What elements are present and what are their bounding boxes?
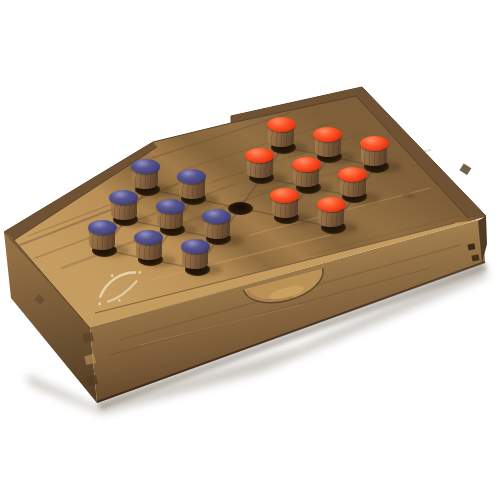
blue-peg[interactable] xyxy=(109,190,138,220)
blue-peg[interactable] xyxy=(88,220,117,250)
board xyxy=(0,0,500,500)
peg-cap xyxy=(313,127,342,142)
peg-cap xyxy=(360,136,389,151)
peg-cap xyxy=(245,148,274,163)
orange-peg[interactable] xyxy=(338,167,367,197)
peg-cap xyxy=(88,220,117,235)
peg-cap xyxy=(270,188,299,203)
peg-cap xyxy=(202,209,231,224)
blue-peg[interactable] xyxy=(131,159,160,189)
peg-cap xyxy=(292,157,321,172)
orange-peg[interactable] xyxy=(360,136,389,166)
peg-cap xyxy=(177,169,206,184)
peg-cap xyxy=(338,167,367,182)
peg-cap xyxy=(156,199,185,214)
peg-cap xyxy=(131,159,160,174)
empty-hole[interactable] xyxy=(228,202,253,215)
peg-cap xyxy=(317,197,346,212)
orange-peg[interactable] xyxy=(292,157,321,187)
peg-cap xyxy=(181,239,210,254)
peg-cap xyxy=(134,230,163,245)
blue-peg[interactable] xyxy=(134,230,163,260)
peg-cap xyxy=(267,117,296,132)
blue-peg[interactable] xyxy=(156,199,185,229)
orange-peg[interactable] xyxy=(270,188,299,218)
orange-peg[interactable] xyxy=(317,197,346,227)
blue-peg[interactable] xyxy=(181,239,210,269)
blue-peg[interactable] xyxy=(177,169,206,199)
orange-peg[interactable] xyxy=(267,117,296,147)
scene xyxy=(0,0,500,500)
blue-peg[interactable] xyxy=(202,209,231,239)
orange-peg[interactable] xyxy=(245,148,274,178)
orange-peg[interactable] xyxy=(313,127,342,157)
peg-cap xyxy=(109,190,138,205)
